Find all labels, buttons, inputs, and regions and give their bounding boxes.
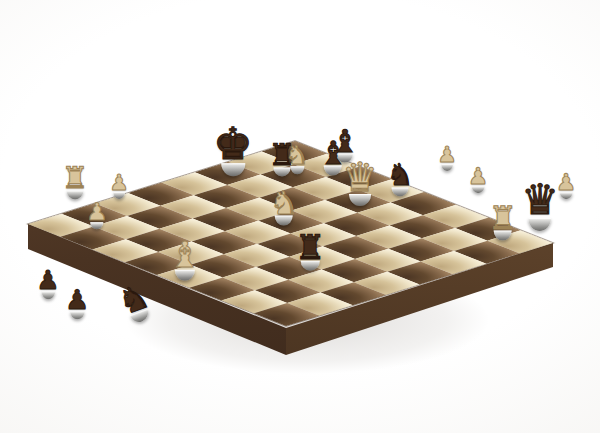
- white-pawn-glyph: ♟: [86, 201, 108, 224]
- white-rook-glyph: ♜: [62, 164, 89, 193]
- black-king-glyph: ♚: [213, 123, 252, 165]
- black-pawn-glyph: ♟: [36, 268, 59, 293]
- black-knight-glyph: ♞: [387, 161, 414, 190]
- piece-white-queen-d7[interactable]: ♛: [342, 158, 378, 206]
- piece-black-knight-d8[interactable]: ♞: [387, 161, 414, 197]
- black-queen-glyph: ♛: [521, 180, 559, 220]
- white-bishop-glyph: ♝: [169, 238, 201, 272]
- black-rook-glyph: ♜: [295, 231, 325, 263]
- black-rook-glyph: ♜: [269, 141, 296, 170]
- piece-black-pawn-captured[interactable]: ♟: [65, 287, 89, 319]
- white-pawn-glyph: ♟: [109, 173, 129, 194]
- product-photo-stage: ♚♜♞♝♝♛♞♜♟♟♝♞♜♛♜♟♟♟♟♟♞: [0, 0, 600, 433]
- piece-white-pawn-a3[interactable]: ♟: [109, 173, 129, 199]
- piece-white-knight-c5[interactable]: ♞: [270, 188, 299, 226]
- piece-black-rook-f4[interactable]: ♜: [295, 231, 325, 271]
- piece-white-bishop-d2[interactable]: ♝: [169, 238, 201, 281]
- piece-black-king-a6[interactable]: ♚: [213, 123, 252, 176]
- piece-white-pawn-captured[interactable]: ♟: [437, 145, 457, 171]
- piece-white-pawn-b2[interactable]: ♟: [86, 201, 108, 229]
- white-pawn-glyph: ♟: [437, 145, 457, 166]
- white-rook-glyph: ♜: [489, 203, 518, 233]
- piece-black-queen-h8[interactable]: ♛: [521, 180, 559, 231]
- white-queen-glyph: ♛: [342, 158, 378, 196]
- piece-white-rook-a2[interactable]: ♜: [62, 164, 89, 200]
- piece-black-rook-b7[interactable]: ♜: [269, 141, 296, 177]
- white-knight-glyph: ♞: [270, 188, 299, 218]
- white-pawn-glyph: ♟: [468, 166, 489, 188]
- black-pawn-glyph: ♟: [65, 287, 89, 313]
- piece-white-pawn-captured[interactable]: ♟: [468, 166, 489, 193]
- piece-white-rook-g8[interactable]: ♜: [489, 203, 518, 241]
- piece-black-pawn-captured[interactable]: ♟: [36, 268, 59, 299]
